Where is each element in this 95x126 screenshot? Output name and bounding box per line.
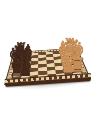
product-photo: ♜♟♟♜♞♟♟♞♝♟♟♝♛♟♟♛♚♟♟♚♝♟♟♝♞♟♟♞♜♟♟♜ bbox=[0, 0, 95, 126]
